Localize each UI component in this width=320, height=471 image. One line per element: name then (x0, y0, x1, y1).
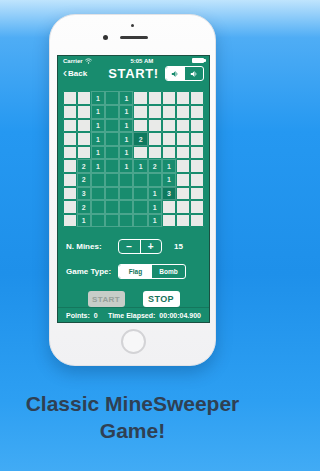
board-cell[interactable] (77, 119, 91, 133)
home-button[interactable] (121, 329, 146, 354)
board-cell[interactable] (105, 200, 119, 214)
board-cell[interactable] (190, 146, 204, 160)
board-cell[interactable] (77, 132, 91, 146)
board-cell[interactable] (176, 214, 190, 228)
board-area: 11111111211211121213132111 (63, 91, 205, 227)
board-cell[interactable] (176, 159, 190, 173)
board-cell[interactable] (133, 187, 147, 201)
earpiece-speaker (120, 36, 148, 39)
board-cell[interactable] (133, 105, 147, 119)
board-cell[interactable] (91, 187, 105, 201)
board-cell[interactable]: 3 (77, 187, 91, 201)
status-bar: Carrier 5:05 AM (58, 56, 209, 65)
board-cell[interactable] (190, 159, 204, 173)
chevron-left-icon: ‹ (63, 69, 67, 77)
board-cell[interactable] (148, 91, 162, 105)
board-cell[interactable]: 1 (91, 91, 105, 105)
sound-toggle (165, 66, 204, 81)
board-cell[interactable] (63, 173, 77, 187)
navigation-bar: ‹ Back START! (58, 65, 209, 82)
board-cell[interactable]: 2 (77, 200, 91, 214)
front-sensor-dot (131, 24, 134, 27)
board-cell[interactable] (133, 119, 147, 133)
action-buttons-row: START STOP (58, 291, 209, 307)
board-cell[interactable] (63, 187, 77, 201)
board-cell[interactable] (91, 200, 105, 214)
mines-value: 15 (174, 242, 183, 251)
battery-icon (192, 58, 204, 63)
board-cell[interactable] (148, 132, 162, 146)
board-cell[interactable]: 1 (162, 173, 176, 187)
board-cell[interactable] (162, 105, 176, 119)
board-cell[interactable] (133, 214, 147, 228)
board-cell[interactable] (63, 132, 77, 146)
board-cell[interactable] (77, 146, 91, 160)
board-cell[interactable]: 1 (91, 105, 105, 119)
board: 11111111211211121213132111 (63, 91, 205, 227)
board-cell[interactable] (63, 159, 77, 173)
board-cell[interactable] (176, 91, 190, 105)
board-cell[interactable]: 1 (133, 159, 147, 173)
sound-off-button[interactable] (184, 67, 203, 80)
stats-bar: Points: 0 Time Elapsed: 00:00:04.900 (58, 307, 209, 322)
board-cell[interactable]: 2 (148, 159, 162, 173)
board-cell[interactable]: 1 (148, 187, 162, 201)
board-cell[interactable] (119, 200, 133, 214)
board-cell[interactable]: 1 (119, 105, 133, 119)
board-cell[interactable] (119, 214, 133, 228)
board-cell[interactable] (119, 173, 133, 187)
board-cell[interactable] (133, 146, 147, 160)
board-cell[interactable]: 1 (119, 132, 133, 146)
board-cell[interactable] (105, 159, 119, 173)
board-cell[interactable] (176, 119, 190, 133)
board-cell[interactable] (162, 91, 176, 105)
board-cell[interactable] (105, 91, 119, 105)
back-button[interactable]: ‹ Back (63, 69, 87, 78)
board-cell[interactable] (133, 173, 147, 187)
mines-label: N. Mines: (66, 242, 118, 251)
board-cell[interactable] (176, 146, 190, 160)
board-cell[interactable] (133, 200, 147, 214)
carrier-label: Carrier (63, 58, 83, 64)
board-cell[interactable] (162, 119, 176, 133)
front-camera (103, 35, 108, 40)
wifi-icon (85, 58, 92, 64)
game-type-label: Game Type: (66, 267, 118, 276)
time-elapsed-value: 00:00:04.900 (159, 312, 201, 319)
board-cell[interactable]: 1 (148, 214, 162, 228)
board-cell[interactable] (190, 214, 204, 228)
board-cell[interactable] (63, 105, 77, 119)
board-cell[interactable] (91, 173, 105, 187)
board-cell[interactable] (190, 119, 204, 133)
board-cell[interactable] (176, 173, 190, 187)
board-cell[interactable] (63, 119, 77, 133)
board-cell[interactable]: 1 (119, 146, 133, 160)
board-cell[interactable] (63, 146, 77, 160)
board-cell[interactable] (148, 105, 162, 119)
board-cell[interactable] (77, 91, 91, 105)
game-type-row: Game Type: Flag Bomb (66, 264, 201, 279)
board-cell[interactable] (77, 105, 91, 119)
minus-button[interactable]: − (119, 240, 140, 253)
board-cell[interactable]: 1 (119, 159, 133, 173)
board-cell[interactable] (162, 132, 176, 146)
flag-segment[interactable]: Flag (119, 265, 152, 278)
board-cell[interactable] (176, 132, 190, 146)
board-cell[interactable]: 2 (133, 132, 147, 146)
board-cell[interactable]: 2 (77, 173, 91, 187)
board-cell[interactable] (190, 132, 204, 146)
board-cell[interactable] (119, 187, 133, 201)
bomb-segment[interactable]: Bomb (152, 265, 185, 278)
board-cell[interactable]: 1 (91, 132, 105, 146)
board-cell[interactable] (190, 91, 204, 105)
board-cell[interactable] (105, 105, 119, 119)
board-cell[interactable] (148, 119, 162, 133)
board-cell[interactable] (148, 146, 162, 160)
points-label: Points: (66, 312, 90, 319)
mines-stepper: − + (118, 239, 162, 254)
board-cell[interactable] (162, 214, 176, 228)
board-cell[interactable] (105, 132, 119, 146)
board-cell[interactable] (63, 214, 77, 228)
board-cell[interactable]: 1 (119, 119, 133, 133)
board-cell[interactable]: 3 (162, 187, 176, 201)
board-cell[interactable] (162, 146, 176, 160)
board-cell[interactable] (190, 105, 204, 119)
mines-control-row: N. Mines: − + 15 (66, 239, 201, 254)
board-cell[interactable] (105, 146, 119, 160)
board-cell[interactable]: 1 (91, 146, 105, 160)
caption-line1: Classic MineSweeper (0, 390, 265, 417)
board-cell[interactable] (190, 187, 204, 201)
board-cell[interactable]: 1 (119, 91, 133, 105)
game-type-segmented: Flag Bomb (118, 264, 186, 279)
plus-button[interactable]: + (140, 240, 162, 253)
board-cell[interactable] (63, 91, 77, 105)
caption-line2: Game! (0, 417, 265, 444)
board-cell[interactable]: 1 (91, 119, 105, 133)
clock-label: 5:05 AM (130, 58, 153, 64)
phone-mockup: Carrier 5:05 AM ‹ Back START! (49, 14, 216, 366)
speaker-off-icon (190, 70, 198, 78)
board-cell[interactable]: 1 (77, 214, 91, 228)
back-button-label: Back (68, 69, 87, 78)
board-cell[interactable] (133, 91, 147, 105)
board-cell[interactable] (91, 214, 105, 228)
sound-on-button[interactable] (166, 67, 184, 80)
time-elapsed-label: Time Elapsed: (108, 312, 155, 319)
marketing-caption: Classic MineSweeper Game! (0, 390, 265, 444)
points-value: 0 (94, 312, 98, 319)
board-cell[interactable] (176, 187, 190, 201)
speaker-on-icon (171, 70, 179, 78)
board-cell[interactable] (176, 105, 190, 119)
board-cell[interactable] (190, 200, 204, 214)
stop-button[interactable]: STOP (143, 291, 180, 307)
board-cell[interactable]: 1 (162, 159, 176, 173)
board-cell[interactable] (190, 173, 204, 187)
start-button[interactable]: START (88, 291, 125, 307)
board-cell[interactable] (148, 173, 162, 187)
board-cell[interactable] (105, 187, 119, 201)
board-cell[interactable]: 1 (91, 159, 105, 173)
app-screen: Carrier 5:05 AM ‹ Back START! (57, 55, 210, 323)
board-cell[interactable] (105, 214, 119, 228)
board-cell[interactable]: 2 (77, 159, 91, 173)
board-cell[interactable] (63, 200, 77, 214)
board-cell[interactable] (105, 173, 119, 187)
board-cell[interactable] (162, 200, 176, 214)
board-cell[interactable]: 1 (148, 200, 162, 214)
board-cell[interactable] (105, 119, 119, 133)
board-cell[interactable] (176, 200, 190, 214)
